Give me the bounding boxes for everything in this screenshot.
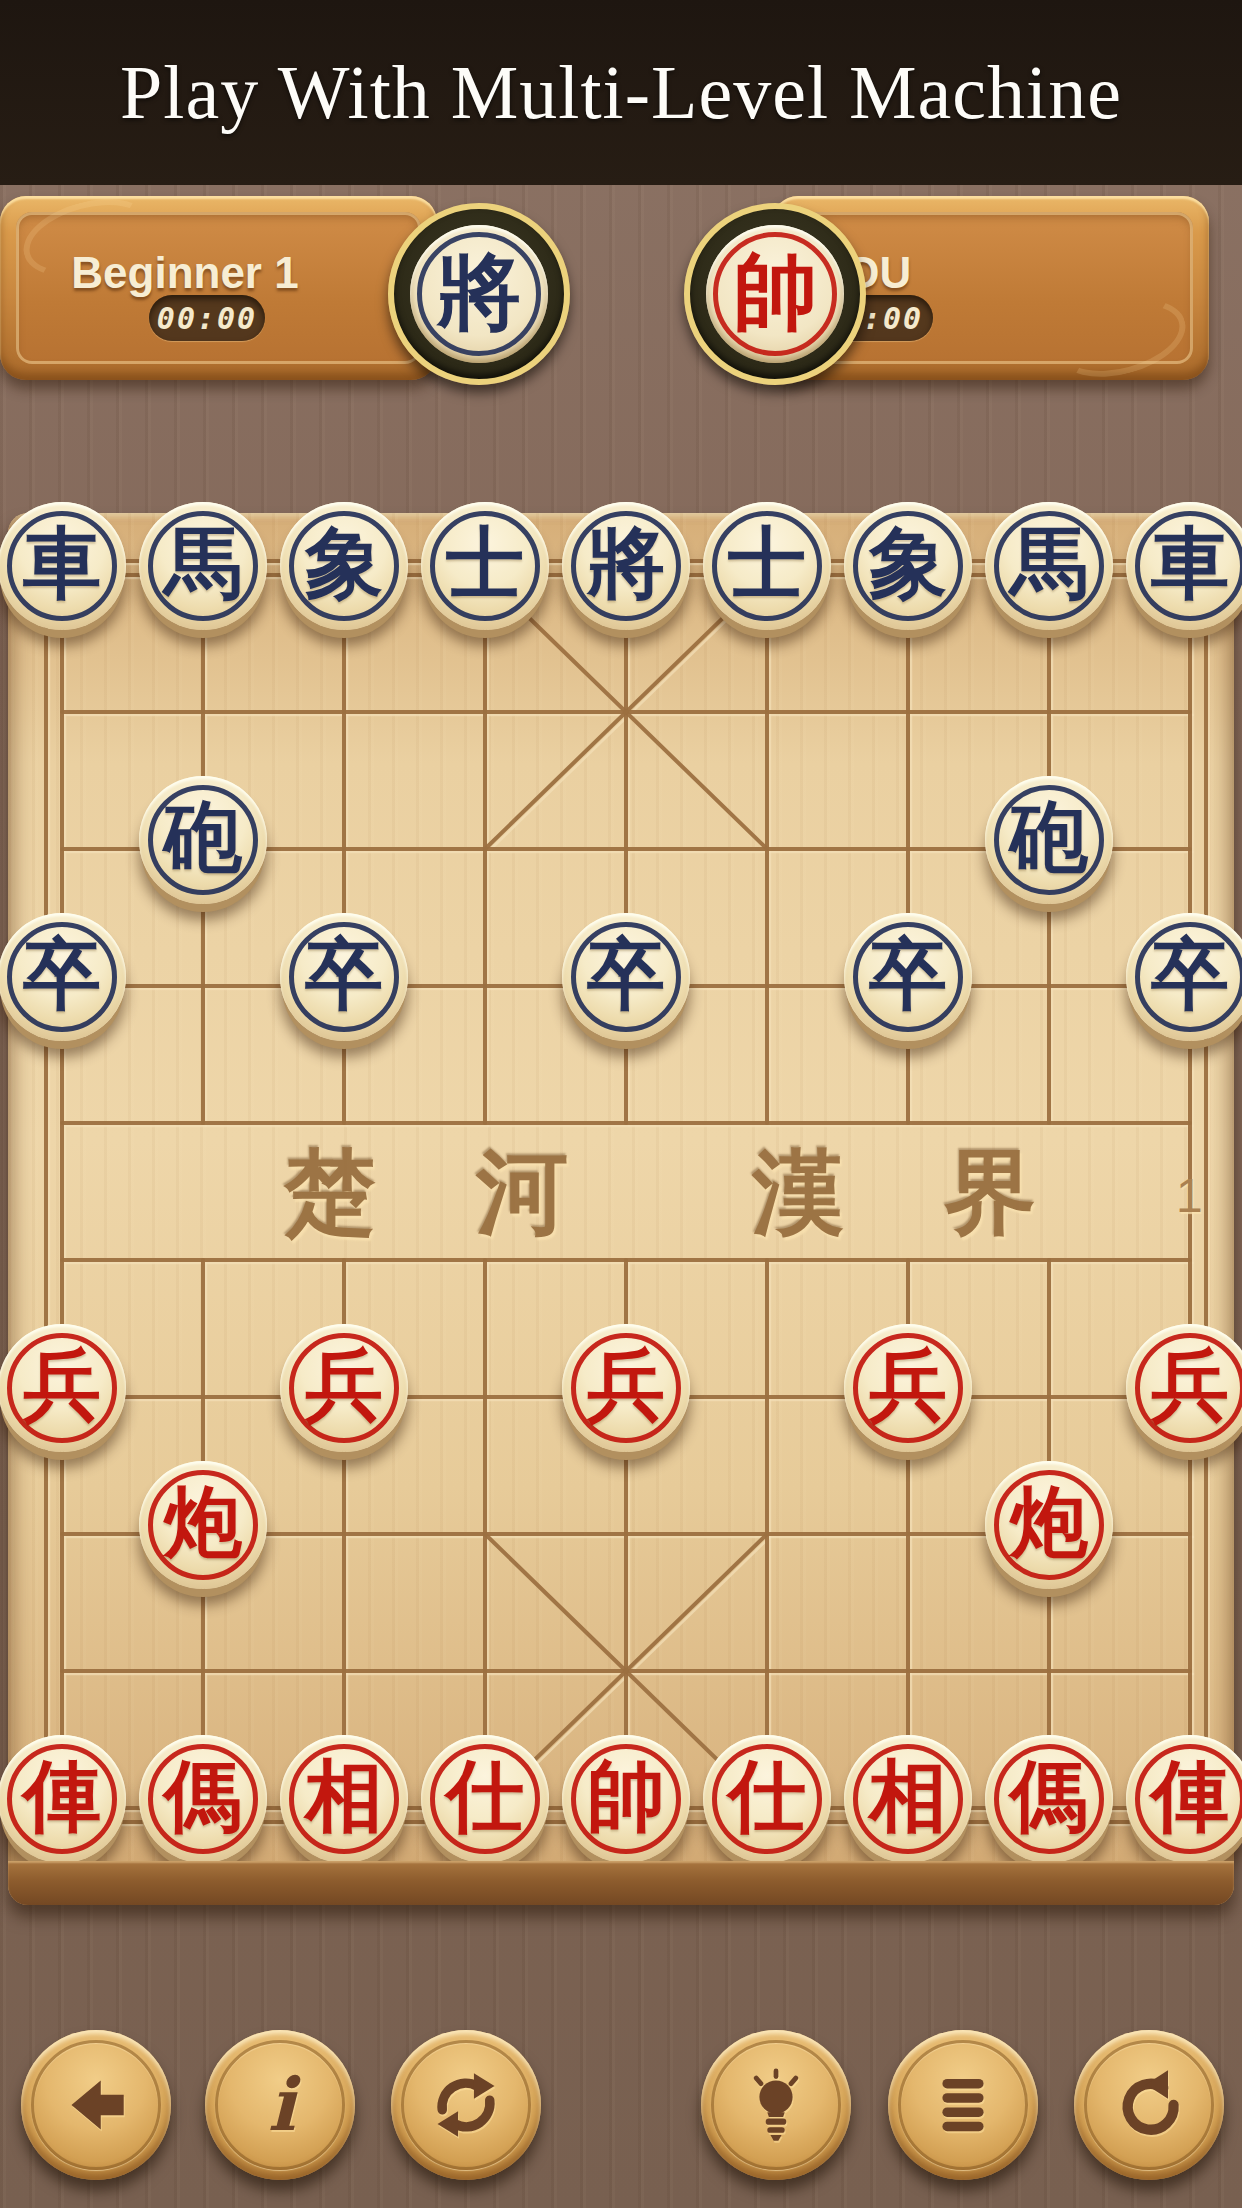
- toolbar-button-info[interactable]: i: [205, 2030, 355, 2180]
- page-title: Play With Multi-Level Machine: [120, 49, 1122, 136]
- piece-glyph: 卒: [587, 935, 665, 1013]
- piece-glyph: 車: [23, 524, 101, 602]
- piece-black-cannon[interactable]: 砲: [139, 776, 267, 904]
- piece-black-soldier[interactable]: 卒: [0, 913, 126, 1041]
- piece-black-advisor[interactable]: 士: [421, 502, 549, 630]
- piece-glyph: 士: [446, 524, 524, 602]
- piece-red-chariot[interactable]: 俥: [1126, 1735, 1242, 1863]
- piece-red-chariot[interactable]: 俥: [0, 1735, 126, 1863]
- piece-red-soldier[interactable]: 兵: [1126, 1324, 1242, 1452]
- black-general-icon: 將: [410, 225, 548, 363]
- piece-black-elephant[interactable]: 象: [844, 502, 972, 630]
- river-label-left: 楚 河: [284, 1146, 602, 1238]
- piece-glyph: 兵: [869, 1346, 947, 1424]
- header-bar: Play With Multi-Level Machine: [0, 0, 1242, 185]
- piece-glyph: 卒: [305, 935, 383, 1013]
- piece-glyph: 砲: [164, 798, 242, 876]
- piece-black-horse[interactable]: 馬: [985, 502, 1113, 630]
- piece-red-horse[interactable]: 傌: [985, 1735, 1113, 1863]
- piece-glyph: 傌: [1010, 1757, 1088, 1835]
- piece-black-soldier[interactable]: 卒: [844, 913, 972, 1041]
- piece-black-chariot[interactable]: 車: [0, 502, 126, 630]
- piece-glyph: 相: [305, 1757, 383, 1835]
- piece-glyph: 俥: [1151, 1757, 1229, 1835]
- piece-red-cannon[interactable]: 炮: [139, 1461, 267, 1589]
- opponent-timer: 00:00: [149, 295, 265, 341]
- restart-icon: [1111, 2067, 1187, 2143]
- piece-black-chariot[interactable]: 車: [1126, 502, 1242, 630]
- piece-glyph: 馬: [164, 524, 242, 602]
- piece-black-soldier[interactable]: 卒: [280, 913, 408, 1041]
- piece-red-soldier[interactable]: 兵: [562, 1324, 690, 1452]
- piece-glyph: 兵: [587, 1346, 665, 1424]
- svg-text:i: i: [268, 2067, 302, 2143]
- piece-red-elephant[interactable]: 相: [844, 1735, 972, 1863]
- piece-glyph: 仕: [728, 1757, 806, 1835]
- piece-glyph: 兵: [23, 1346, 101, 1424]
- piece-glyph: 兵: [305, 1346, 383, 1424]
- xiangqi-app: Play With Multi-Level Machine Beginner 1…: [0, 0, 1242, 2208]
- menu-icon: [925, 2067, 1001, 2143]
- move-number: 1: [1176, 1168, 1203, 1223]
- piece-red-cannon[interactable]: 炮: [985, 1461, 1113, 1589]
- piece-red-soldier[interactable]: 兵: [844, 1324, 972, 1452]
- piece-red-advisor[interactable]: 仕: [421, 1735, 549, 1863]
- toolbar-button-restart[interactable]: [1074, 2030, 1224, 2180]
- piece-red-soldier[interactable]: 兵: [280, 1324, 408, 1452]
- opponent-panel: Beginner 1 00:00: [0, 196, 437, 380]
- piece-black-general[interactable]: 將: [562, 502, 690, 630]
- piece-glyph: 帥: [587, 1757, 665, 1835]
- piece-red-horse[interactable]: 傌: [139, 1735, 267, 1863]
- piece-red-soldier[interactable]: 兵: [0, 1324, 126, 1452]
- flip-board-icon: [428, 2067, 504, 2143]
- piece-glyph: 將: [587, 524, 665, 602]
- piece-black-cannon[interactable]: 砲: [985, 776, 1113, 904]
- piece-black-soldier[interactable]: 卒: [1126, 913, 1242, 1041]
- piece-glyph: 象: [305, 524, 383, 602]
- piece-glyph: 卒: [1151, 935, 1229, 1013]
- piece-glyph: 炮: [1010, 1483, 1088, 1561]
- piece-glyph: 象: [869, 524, 947, 602]
- piece-glyph: 車: [1151, 524, 1229, 602]
- piece-black-horse[interactable]: 馬: [139, 502, 267, 630]
- info-icon: i: [242, 2067, 318, 2143]
- xiangqi-board[interactable]: 楚 河 漢 界 1 車馬象士將士象馬車砲砲卒卒卒卒卒兵兵兵兵兵炮炮俥傌相仕帥仕相…: [8, 513, 1234, 1905]
- piece-glyph: 仕: [446, 1757, 524, 1835]
- piece-glyph: 俥: [23, 1757, 101, 1835]
- piece-glyph: 兵: [1151, 1346, 1229, 1424]
- opponent-name: Beginner 1: [20, 248, 350, 298]
- piece-glyph: 馬: [1010, 524, 1088, 602]
- piece-glyph: 傌: [164, 1757, 242, 1835]
- opponent-side-badge: 將: [388, 203, 570, 385]
- piece-glyph: 炮: [164, 1483, 242, 1561]
- piece-glyph: 卒: [869, 935, 947, 1013]
- red-general-icon: 帥: [706, 225, 844, 363]
- back-icon: [58, 2067, 134, 2143]
- hint-icon: [738, 2067, 814, 2143]
- river-label-right: 漢 界: [752, 1146, 1070, 1238]
- piece-red-elephant[interactable]: 相: [280, 1735, 408, 1863]
- piece-black-advisor[interactable]: 士: [703, 502, 831, 630]
- piece-black-elephant[interactable]: 象: [280, 502, 408, 630]
- piece-glyph: 相: [869, 1757, 947, 1835]
- piece-glyph: 士: [728, 524, 806, 602]
- toolbar-button-menu[interactable]: [888, 2030, 1038, 2180]
- piece-red-general[interactable]: 帥: [562, 1735, 690, 1863]
- toolbar-button-flip-board[interactable]: [391, 2030, 541, 2180]
- piece-glyph: 砲: [1010, 798, 1088, 876]
- piece-glyph: 卒: [23, 935, 101, 1013]
- piece-red-advisor[interactable]: 仕: [703, 1735, 831, 1863]
- piece-black-soldier[interactable]: 卒: [562, 913, 690, 1041]
- you-side-badge: 帥: [684, 203, 866, 385]
- toolbar-button-hint[interactable]: [701, 2030, 851, 2180]
- toolbar-button-back[interactable]: [21, 2030, 171, 2180]
